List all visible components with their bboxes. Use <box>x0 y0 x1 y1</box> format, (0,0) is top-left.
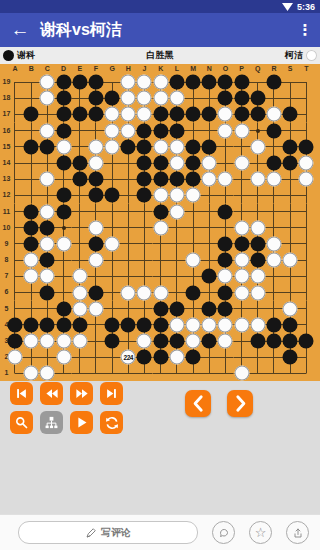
board-point-M2[interactable] <box>185 349 201 365</box>
board-point-A7[interactable] <box>7 268 23 284</box>
board-point-G16[interactable] <box>104 123 120 139</box>
board-point-G12[interactable] <box>104 187 120 203</box>
board-point-J9[interactable] <box>136 236 152 252</box>
board-point-N18[interactable] <box>201 90 217 106</box>
board-point-R2[interactable] <box>266 349 282 365</box>
board-point-C5[interactable] <box>39 301 55 317</box>
board-point-A14[interactable] <box>7 155 23 171</box>
board-point-Q7[interactable] <box>250 268 266 284</box>
board-point-S12[interactable] <box>282 187 298 203</box>
board-point-G1[interactable] <box>104 365 120 381</box>
board-point-N11[interactable] <box>201 204 217 220</box>
board-point-K8[interactable] <box>153 252 169 268</box>
board-point-K15[interactable] <box>153 139 169 155</box>
board-point-J18[interactable] <box>136 90 152 106</box>
board-point-G2[interactable] <box>104 349 120 365</box>
board-point-J10[interactable] <box>136 220 152 236</box>
board-point-L3[interactable] <box>169 333 185 349</box>
board-point-M3[interactable] <box>185 333 201 349</box>
board-point-R8[interactable] <box>266 252 282 268</box>
board-point-Q9[interactable] <box>250 236 266 252</box>
board-point-N16[interactable] <box>201 123 217 139</box>
board-point-F7[interactable] <box>88 268 104 284</box>
board-point-T17[interactable] <box>298 106 314 122</box>
board-point-C8[interactable] <box>39 252 55 268</box>
board-point-B9[interactable] <box>23 236 39 252</box>
board-point-P13[interactable] <box>234 171 250 187</box>
board-point-D9[interactable] <box>55 236 71 252</box>
board-point-M7[interactable] <box>185 268 201 284</box>
board-point-M15[interactable] <box>185 139 201 155</box>
board-point-J4[interactable] <box>136 317 152 333</box>
board-point-L1[interactable] <box>169 365 185 381</box>
board-point-J8[interactable] <box>136 252 152 268</box>
board-point-Q15[interactable] <box>250 139 266 155</box>
board-point-H5[interactable] <box>120 301 136 317</box>
board-point-A4[interactable] <box>7 317 23 333</box>
board-point-S17[interactable] <box>282 106 298 122</box>
board-point-H8[interactable] <box>120 252 136 268</box>
board-point-F3[interactable] <box>88 333 104 349</box>
board-point-F8[interactable] <box>88 252 104 268</box>
board-point-M18[interactable] <box>185 90 201 106</box>
board-point-J1[interactable] <box>136 365 152 381</box>
board-point-N5[interactable] <box>201 301 217 317</box>
board-point-N1[interactable] <box>201 365 217 381</box>
board-point-T11[interactable] <box>298 204 314 220</box>
board-point-A13[interactable] <box>7 171 23 187</box>
board-point-R13[interactable] <box>266 171 282 187</box>
board-point-A5[interactable] <box>7 301 23 317</box>
board-point-G4[interactable] <box>104 317 120 333</box>
board-point-N12[interactable] <box>201 187 217 203</box>
board-point-S18[interactable] <box>282 90 298 106</box>
board-point-L7[interactable] <box>169 268 185 284</box>
board-point-B6[interactable] <box>23 284 39 300</box>
board-point-P3[interactable] <box>234 333 250 349</box>
board-point-N19[interactable] <box>201 74 217 90</box>
board-point-R1[interactable] <box>266 365 282 381</box>
board-point-Q19[interactable] <box>250 74 266 90</box>
board-point-T7[interactable] <box>298 268 314 284</box>
board-point-H13[interactable] <box>120 171 136 187</box>
board-point-L18[interactable] <box>169 90 185 106</box>
board-point-Q13[interactable] <box>250 171 266 187</box>
board-point-S11[interactable] <box>282 204 298 220</box>
board-point-E10[interactable] <box>72 220 88 236</box>
board-point-E16[interactable] <box>72 123 88 139</box>
board-point-C13[interactable] <box>39 171 55 187</box>
board-point-B15[interactable] <box>23 139 39 155</box>
board-point-P1[interactable] <box>234 365 250 381</box>
play-button[interactable] <box>70 411 93 434</box>
board-point-R18[interactable] <box>266 90 282 106</box>
board-point-B16[interactable] <box>23 123 39 139</box>
board-point-O14[interactable] <box>217 155 233 171</box>
board-point-L19[interactable] <box>169 74 185 90</box>
board-point-M19[interactable] <box>185 74 201 90</box>
board-point-N8[interactable] <box>201 252 217 268</box>
board-point-O5[interactable] <box>217 301 233 317</box>
board-point-E15[interactable] <box>72 139 88 155</box>
board-point-F1[interactable] <box>88 365 104 381</box>
board-point-B17[interactable] <box>23 106 39 122</box>
board-point-G14[interactable] <box>104 155 120 171</box>
board-point-F17[interactable] <box>88 106 104 122</box>
board-point-E14[interactable] <box>72 155 88 171</box>
board-point-Q5[interactable] <box>250 301 266 317</box>
board-point-R12[interactable] <box>266 187 282 203</box>
board-point-F15[interactable] <box>88 139 104 155</box>
board-point-M9[interactable] <box>185 236 201 252</box>
board-point-T13[interactable] <box>298 171 314 187</box>
board-point-C7[interactable] <box>39 268 55 284</box>
board-point-S16[interactable] <box>282 123 298 139</box>
board-point-N6[interactable] <box>201 284 217 300</box>
board-point-L14[interactable] <box>169 155 185 171</box>
board-point-G19[interactable] <box>104 74 120 90</box>
board-point-G10[interactable] <box>104 220 120 236</box>
board-point-T6[interactable] <box>298 284 314 300</box>
board-point-J5[interactable] <box>136 301 152 317</box>
board-point-T9[interactable] <box>298 236 314 252</box>
board-point-R11[interactable] <box>266 204 282 220</box>
board-grid[interactable]: 224 <box>7 74 315 382</box>
board-point-R14[interactable] <box>266 155 282 171</box>
board-point-R4[interactable] <box>266 317 282 333</box>
board-point-F11[interactable] <box>88 204 104 220</box>
board-point-M16[interactable] <box>185 123 201 139</box>
board-point-A8[interactable] <box>7 252 23 268</box>
board-point-D13[interactable] <box>55 171 71 187</box>
next-move-button[interactable] <box>227 390 253 417</box>
board-point-Q10[interactable] <box>250 220 266 236</box>
board-point-E3[interactable] <box>72 333 88 349</box>
board-point-J17[interactable] <box>136 106 152 122</box>
board-point-Q18[interactable] <box>250 90 266 106</box>
board-point-C6[interactable] <box>39 284 55 300</box>
board-point-J16[interactable] <box>136 123 152 139</box>
board-point-R15[interactable] <box>266 139 282 155</box>
board-point-E1[interactable] <box>72 365 88 381</box>
board-point-S1[interactable] <box>282 365 298 381</box>
board-point-N7[interactable] <box>201 268 217 284</box>
board-point-H1[interactable] <box>120 365 136 381</box>
board-point-K1[interactable] <box>153 365 169 381</box>
board-point-H3[interactable] <box>120 333 136 349</box>
board-point-T1[interactable] <box>298 365 314 381</box>
board-point-E2[interactable] <box>72 349 88 365</box>
board-point-L5[interactable] <box>169 301 185 317</box>
board-point-S8[interactable] <box>282 252 298 268</box>
board-point-M5[interactable] <box>185 301 201 317</box>
board-point-K10[interactable] <box>153 220 169 236</box>
board-point-Q6[interactable] <box>250 284 266 300</box>
board-point-F4[interactable] <box>88 317 104 333</box>
board-point-A18[interactable] <box>7 90 23 106</box>
board-point-T8[interactable] <box>298 252 314 268</box>
board-point-G18[interactable] <box>104 90 120 106</box>
skip-to-end-button[interactable] <box>100 382 123 405</box>
board-point-D1[interactable] <box>55 365 71 381</box>
board-point-C1[interactable] <box>39 365 55 381</box>
board-point-T5[interactable] <box>298 301 314 317</box>
board-point-N3[interactable] <box>201 333 217 349</box>
board-point-O1[interactable] <box>217 365 233 381</box>
board-point-L4[interactable] <box>169 317 185 333</box>
board-point-K7[interactable] <box>153 268 169 284</box>
board-point-P14[interactable] <box>234 155 250 171</box>
board-point-G5[interactable] <box>104 301 120 317</box>
board-point-N13[interactable] <box>201 171 217 187</box>
board-point-F14[interactable] <box>88 155 104 171</box>
board-point-T16[interactable] <box>298 123 314 139</box>
board-point-F9[interactable] <box>88 236 104 252</box>
board-point-S9[interactable] <box>282 236 298 252</box>
board-point-Q16[interactable] <box>250 123 266 139</box>
board-point-L11[interactable] <box>169 204 185 220</box>
board-point-K5[interactable] <box>153 301 169 317</box>
board-point-K6[interactable] <box>153 284 169 300</box>
board-point-D8[interactable] <box>55 252 71 268</box>
board-point-G6[interactable] <box>104 284 120 300</box>
board-point-N9[interactable] <box>201 236 217 252</box>
board-point-H14[interactable] <box>120 155 136 171</box>
board-point-A12[interactable] <box>7 187 23 203</box>
board-point-G15[interactable] <box>104 139 120 155</box>
board-point-M13[interactable] <box>185 171 201 187</box>
board-point-O6[interactable] <box>217 284 233 300</box>
board-point-Q2[interactable] <box>250 349 266 365</box>
board-point-G8[interactable] <box>104 252 120 268</box>
board-point-D3[interactable] <box>55 333 71 349</box>
board-point-Q3[interactable] <box>250 333 266 349</box>
board-point-L2[interactable] <box>169 349 185 365</box>
board-point-L10[interactable] <box>169 220 185 236</box>
board-point-M8[interactable] <box>185 252 201 268</box>
board-point-P4[interactable] <box>234 317 250 333</box>
board-point-E5[interactable] <box>72 301 88 317</box>
board-point-M17[interactable] <box>185 106 201 122</box>
board-point-E6[interactable] <box>72 284 88 300</box>
board-point-L16[interactable] <box>169 123 185 139</box>
board-point-G9[interactable] <box>104 236 120 252</box>
search-button[interactable] <box>10 411 33 434</box>
board-point-Q8[interactable] <box>250 252 266 268</box>
board-point-R7[interactable] <box>266 268 282 284</box>
board-point-A11[interactable] <box>7 204 23 220</box>
board-point-B11[interactable] <box>23 204 39 220</box>
board-point-H7[interactable] <box>120 268 136 284</box>
board-point-P12[interactable] <box>234 187 250 203</box>
board-point-O18[interactable] <box>217 90 233 106</box>
board-point-C15[interactable] <box>39 139 55 155</box>
board-point-E8[interactable] <box>72 252 88 268</box>
board-point-B12[interactable] <box>23 187 39 203</box>
board-point-O17[interactable] <box>217 106 233 122</box>
favorite-button[interactable]: ☆ <box>249 521 272 544</box>
board-point-D11[interactable] <box>55 204 71 220</box>
board-point-H2[interactable]: 224 <box>120 349 136 365</box>
board-point-H10[interactable] <box>120 220 136 236</box>
board-point-O13[interactable] <box>217 171 233 187</box>
board-point-P16[interactable] <box>234 123 250 139</box>
board-point-M11[interactable] <box>185 204 201 220</box>
board-point-E7[interactable] <box>72 268 88 284</box>
board-point-T3[interactable] <box>298 333 314 349</box>
board-point-O11[interactable] <box>217 204 233 220</box>
board-point-T10[interactable] <box>298 220 314 236</box>
board-point-S2[interactable] <box>282 349 298 365</box>
board-point-H15[interactable] <box>120 139 136 155</box>
board-point-J6[interactable] <box>136 284 152 300</box>
board-point-D18[interactable] <box>55 90 71 106</box>
board-point-E12[interactable] <box>72 187 88 203</box>
board-point-N14[interactable] <box>201 155 217 171</box>
board-point-P19[interactable] <box>234 74 250 90</box>
overflow-menu-icon[interactable]: ⋮ <box>290 21 320 39</box>
board-point-H9[interactable] <box>120 236 136 252</box>
board-point-C19[interactable] <box>39 74 55 90</box>
board-point-C3[interactable] <box>39 333 55 349</box>
board-point-J15[interactable] <box>136 139 152 155</box>
board-point-N4[interactable] <box>201 317 217 333</box>
board-point-G13[interactable] <box>104 171 120 187</box>
board-point-E4[interactable] <box>72 317 88 333</box>
board-point-C16[interactable] <box>39 123 55 139</box>
board-point-R6[interactable] <box>266 284 282 300</box>
board-point-P15[interactable] <box>234 139 250 155</box>
board-point-M1[interactable] <box>185 365 201 381</box>
board-point-O10[interactable] <box>217 220 233 236</box>
board-point-K17[interactable] <box>153 106 169 122</box>
board-point-P8[interactable] <box>234 252 250 268</box>
board-point-B18[interactable] <box>23 90 39 106</box>
board-point-K14[interactable] <box>153 155 169 171</box>
board-point-J14[interactable] <box>136 155 152 171</box>
board-point-E9[interactable] <box>72 236 88 252</box>
board-point-L6[interactable] <box>169 284 185 300</box>
rewind-button[interactable] <box>40 382 63 405</box>
board-point-K18[interactable] <box>153 90 169 106</box>
board-point-K13[interactable] <box>153 171 169 187</box>
board-point-D10[interactable] <box>55 220 71 236</box>
back-arrow-icon[interactable]: ← <box>0 13 40 47</box>
board-point-G17[interactable] <box>104 106 120 122</box>
board-point-N15[interactable] <box>201 139 217 155</box>
board-point-E18[interactable] <box>72 90 88 106</box>
board-point-L12[interactable] <box>169 187 185 203</box>
board-point-N10[interactable] <box>201 220 217 236</box>
board-point-C4[interactable] <box>39 317 55 333</box>
board-point-S5[interactable] <box>282 301 298 317</box>
board-point-B1[interactable] <box>23 365 39 381</box>
board-point-F10[interactable] <box>88 220 104 236</box>
board-point-P5[interactable] <box>234 301 250 317</box>
board-point-Q4[interactable] <box>250 317 266 333</box>
board-point-S10[interactable] <box>282 220 298 236</box>
board-point-E13[interactable] <box>72 171 88 187</box>
board-point-G3[interactable] <box>104 333 120 349</box>
board-point-Q14[interactable] <box>250 155 266 171</box>
board-point-G7[interactable] <box>104 268 120 284</box>
board-point-F16[interactable] <box>88 123 104 139</box>
board-point-J13[interactable] <box>136 171 152 187</box>
board-point-H12[interactable] <box>120 187 136 203</box>
board-point-F13[interactable] <box>88 171 104 187</box>
board-point-F2[interactable] <box>88 349 104 365</box>
board-point-H17[interactable] <box>120 106 136 122</box>
variation-tree-button[interactable] <box>40 411 63 434</box>
board-point-Q11[interactable] <box>250 204 266 220</box>
board-point-H19[interactable] <box>120 74 136 90</box>
board-point-B7[interactable] <box>23 268 39 284</box>
board-point-C17[interactable] <box>39 106 55 122</box>
board-point-D5[interactable] <box>55 301 71 317</box>
board-point-F12[interactable] <box>88 187 104 203</box>
skip-to-start-button[interactable] <box>10 382 33 405</box>
board-point-J19[interactable] <box>136 74 152 90</box>
board-point-O9[interactable] <box>217 236 233 252</box>
board-point-D14[interactable] <box>55 155 71 171</box>
board-point-S4[interactable] <box>282 317 298 333</box>
board-point-K9[interactable] <box>153 236 169 252</box>
board-point-P9[interactable] <box>234 236 250 252</box>
board-point-J2[interactable] <box>136 349 152 365</box>
board-point-B2[interactable] <box>23 349 39 365</box>
board-point-D16[interactable] <box>55 123 71 139</box>
board-point-S19[interactable] <box>282 74 298 90</box>
board-point-D15[interactable] <box>55 139 71 155</box>
board-point-L15[interactable] <box>169 139 185 155</box>
board-point-A16[interactable] <box>7 123 23 139</box>
board-point-T4[interactable] <box>298 317 314 333</box>
board-point-D2[interactable] <box>55 349 71 365</box>
board-point-H16[interactable] <box>120 123 136 139</box>
board-point-S15[interactable] <box>282 139 298 155</box>
board-point-B5[interactable] <box>23 301 39 317</box>
board-point-H11[interactable] <box>120 204 136 220</box>
board-point-S6[interactable] <box>282 284 298 300</box>
board-point-S3[interactable] <box>282 333 298 349</box>
board-point-T12[interactable] <box>298 187 314 203</box>
board-point-B8[interactable] <box>23 252 39 268</box>
board-point-T15[interactable] <box>298 139 314 155</box>
board-point-M12[interactable] <box>185 187 201 203</box>
board-point-L17[interactable] <box>169 106 185 122</box>
board-point-A17[interactable] <box>7 106 23 122</box>
board-point-D19[interactable] <box>55 74 71 90</box>
board-point-N2[interactable] <box>201 349 217 365</box>
board-point-A10[interactable] <box>7 220 23 236</box>
board-point-O16[interactable] <box>217 123 233 139</box>
board-point-M6[interactable] <box>185 284 201 300</box>
board-point-E19[interactable] <box>72 74 88 90</box>
board-point-R3[interactable] <box>266 333 282 349</box>
board-point-R19[interactable] <box>266 74 282 90</box>
board-point-R5[interactable] <box>266 301 282 317</box>
board-point-O8[interactable] <box>217 252 233 268</box>
board-point-M4[interactable] <box>185 317 201 333</box>
board-point-C2[interactable] <box>39 349 55 365</box>
board-point-B10[interactable] <box>23 220 39 236</box>
board-point-O2[interactable] <box>217 349 233 365</box>
board-point-P18[interactable] <box>234 90 250 106</box>
board-point-M14[interactable] <box>185 155 201 171</box>
board-point-A2[interactable] <box>7 349 23 365</box>
board-point-D17[interactable] <box>55 106 71 122</box>
board-point-A15[interactable] <box>7 139 23 155</box>
